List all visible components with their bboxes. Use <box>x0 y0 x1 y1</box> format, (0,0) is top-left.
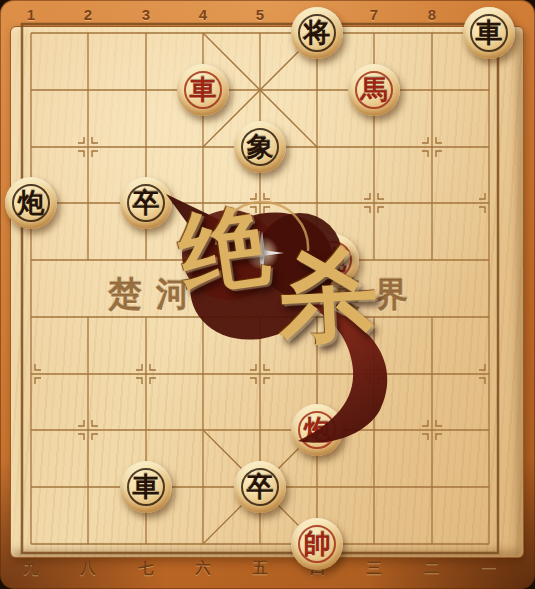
piece-red-cannon-rear[interactable]: 炮 <box>291 404 343 456</box>
piece-red-chariot[interactable]: 車 <box>177 64 229 116</box>
file-label-top-3: 3 <box>129 6 163 23</box>
piece-glyph: 車 <box>476 20 503 47</box>
piece-glyph: 馬 <box>361 77 388 104</box>
file-label-bottom-1: 九 <box>14 559 48 578</box>
piece-glyph: 炮 <box>320 247 347 274</box>
river-text-left: 楚河 <box>108 272 204 318</box>
file-label-top-2: 2 <box>71 6 105 23</box>
piece-glyph: 卒 <box>247 474 274 501</box>
file-label-bottom-5: 五 <box>243 559 277 578</box>
piece-glyph: 車 <box>190 77 217 104</box>
file-label-bottom-3: 七 <box>129 559 163 578</box>
piece-glyph: 将 <box>304 20 331 47</box>
file-label-top-5: 5 <box>243 6 277 23</box>
file-label-bottom-2: 八 <box>71 559 105 578</box>
piece-black-soldier-a[interactable]: 卒 <box>120 177 172 229</box>
file-label-top-4: 4 <box>186 6 220 23</box>
piece-glyph: 帥 <box>304 531 331 558</box>
file-label-top-7: 7 <box>357 6 391 23</box>
piece-glyph: 車 <box>133 474 160 501</box>
piece-red-horse[interactable]: 馬 <box>348 64 400 116</box>
piece-black-elephant[interactable]: 象 <box>234 121 286 173</box>
piece-glyph: 卒 <box>133 190 160 217</box>
piece-glyph: 象 <box>247 134 274 161</box>
file-label-top-8: 8 <box>415 6 449 23</box>
piece-black-chariot-left[interactable]: 車 <box>120 461 172 513</box>
app-background: 123456789 九八七六五四三二一 楚河 漢界 将車車馬象炮卒炮炮車卒帥 <box>0 0 535 589</box>
file-label-bottom-4: 六 <box>186 559 220 578</box>
piece-black-cannon[interactable]: 炮 <box>5 177 57 229</box>
piece-black-chariot-right[interactable]: 車 <box>463 7 515 59</box>
file-label-top-1: 1 <box>14 6 48 23</box>
piece-red-cannon-front[interactable]: 炮 <box>307 234 359 286</box>
piece-black-general[interactable]: 将 <box>291 7 343 59</box>
piece-red-general[interactable]: 帥 <box>291 518 343 570</box>
file-label-bottom-9: 一 <box>472 559 506 578</box>
piece-glyph: 炮 <box>18 190 45 217</box>
file-label-bottom-7: 三 <box>357 559 391 578</box>
piece-glyph: 炮 <box>304 417 331 444</box>
piece-black-soldier-b[interactable]: 卒 <box>234 461 286 513</box>
file-label-bottom-8: 二 <box>415 559 449 578</box>
